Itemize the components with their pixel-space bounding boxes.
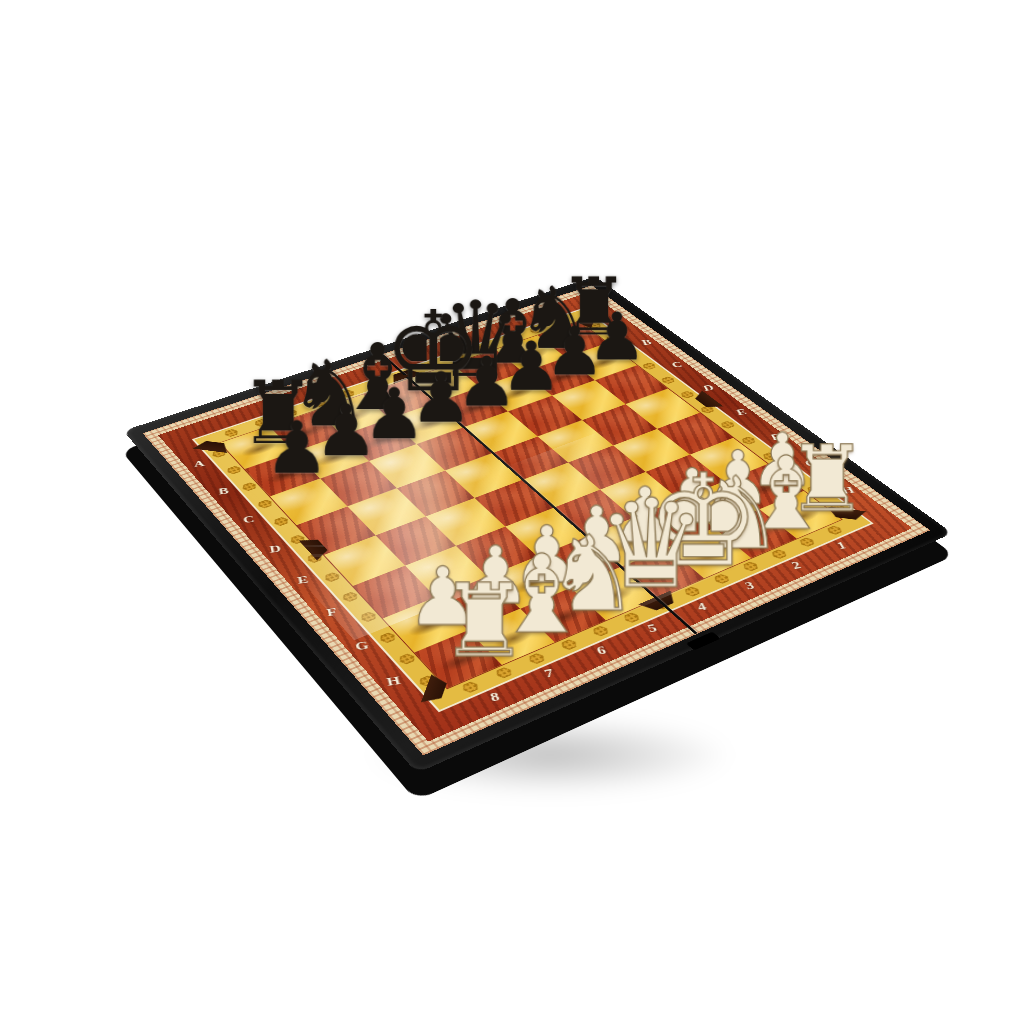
- honeycomb-motif: [397, 652, 418, 665]
- square-d5: [445, 453, 522, 498]
- piece-white-rook: ♜: [439, 571, 503, 672]
- honeycomb-motif: [660, 376, 677, 385]
- honeycomb-motif: [526, 652, 547, 665]
- board-face: ♜♞♝♚♛♝♞♜♟♟♟♟♟♟♟♟♟♟♟♟♟♟♟♟♜♝♞♛♚♞♝♜ ABCDEFG…: [143, 285, 930, 755]
- perspective-scene: ♜♞♝♚♛♝♞♜♟♟♟♟♟♟♟♟♟♟♟♟♟♟♟♟♜♝♞♛♚♞♝♜ ABCDEFG…: [0, 0, 1024, 1024]
- honeycomb-motif: [272, 516, 291, 527]
- honeycomb-motif: [679, 390, 696, 399]
- honeycomb-motif: [323, 571, 342, 583]
- honeycomb-motif: [340, 591, 360, 603]
- honeycomb-motif: [225, 465, 243, 475]
- folding-magnetic-chessboard: ♜♞♝♚♛♝♞♜♟♟♟♟♟♟♟♟♟♟♟♟♟♟♟♟♜♝♞♛♚♞♝♜ ABCDEFG…: [123, 276, 952, 773]
- honeycomb-motif: [377, 631, 397, 644]
- product-photo-stage: ♜♞♝♚♛♝♞♜♟♟♟♟♟♟♟♟♟♟♟♟♟♟♟♟♜♝♞♛♚♞♝♜ ABCDEFG…: [0, 0, 1024, 1024]
- honeycomb-motif: [719, 420, 737, 429]
- honeycomb-motif: [460, 680, 481, 694]
- honeycomb-motif: [359, 611, 379, 624]
- board-frame: ♜♞♝♚♛♝♞♜♟♟♟♟♟♟♟♟♟♟♟♟♟♟♟♟♜♝♞♛♚♞♝♜ ABCDEFG…: [123, 276, 952, 773]
- piece-black-pawn: ♟: [264, 411, 320, 483]
- honeycomb-motif: [256, 499, 274, 510]
- honeycomb-motif: [240, 482, 258, 492]
